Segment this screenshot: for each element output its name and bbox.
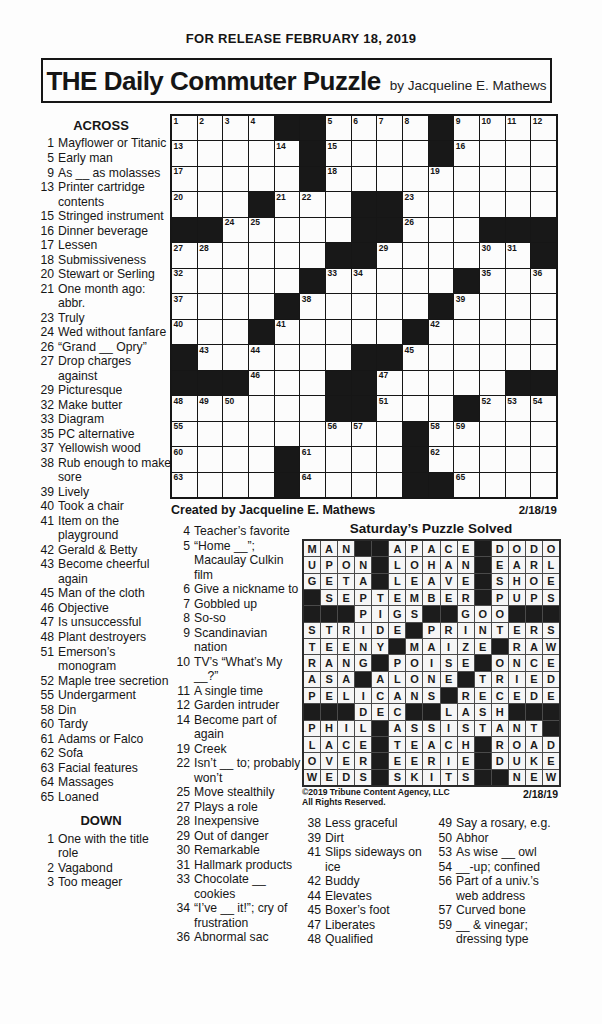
grid-cell[interactable]: [403, 396, 428, 420]
grid-cell[interactable]: [506, 447, 531, 471]
grid-cell[interactable]: 65: [454, 473, 479, 497]
clue: 35PC alternative: [30, 427, 172, 442]
grid-cell[interactable]: [223, 141, 248, 165]
clue: 3Too meager: [30, 875, 172, 890]
grid-cell[interactable]: 15: [326, 141, 351, 165]
clue-text: Dinner beverage: [58, 224, 172, 239]
solved-letter-cell: D: [543, 672, 559, 687]
grid-cell[interactable]: [480, 167, 505, 191]
grid-cell[interactable]: [506, 141, 531, 165]
clue-text: Remarkable: [194, 843, 302, 858]
grid-cell[interactable]: [275, 218, 300, 242]
grid-cell[interactable]: 48: [172, 396, 197, 420]
grid-cell[interactable]: [454, 345, 479, 369]
grid-cell[interactable]: [223, 473, 248, 497]
grid-cell[interactable]: [300, 345, 325, 369]
grid-cell[interactable]: [531, 294, 556, 318]
grid-cell[interactable]: [249, 294, 274, 318]
clue-text: So-so: [194, 611, 302, 626]
clue: 28Inexpensive: [171, 814, 302, 829]
grid-cell[interactable]: [300, 396, 325, 420]
clue: 30Remarkable: [171, 843, 302, 858]
grid-cell[interactable]: 39: [454, 294, 479, 318]
grid-cell[interactable]: 49: [198, 396, 223, 420]
grid-cell[interactable]: [275, 396, 300, 420]
grid-cell[interactable]: 40: [172, 320, 197, 344]
clue-text: As __ as molasses: [58, 166, 172, 181]
solved-letter-cell: E: [406, 574, 422, 589]
grid-cell[interactable]: 12: [531, 116, 556, 140]
clue-text: A single time: [194, 684, 302, 699]
grid-cell[interactable]: 52: [480, 396, 505, 420]
solved-letter-cell: E: [543, 688, 559, 703]
grid-cell[interactable]: [300, 243, 325, 267]
grid-cell[interactable]: [429, 192, 454, 216]
solved-letter-cell: A: [355, 574, 371, 589]
grid-cell[interactable]: 21: [275, 192, 300, 216]
clue-number: 12: [171, 698, 194, 713]
grid-cell[interactable]: [506, 320, 531, 344]
solved-letter-cell: P: [355, 606, 371, 621]
grid-cell[interactable]: [506, 192, 531, 216]
grid-cell[interactable]: 36: [531, 269, 556, 293]
grid-cell[interactable]: [377, 294, 402, 318]
grid-cell[interactable]: 25: [249, 218, 274, 242]
solved-letter-cell: A: [526, 639, 542, 654]
grid-cell[interactable]: [506, 167, 531, 191]
clue-text: Printer cartridge contents: [58, 180, 172, 209]
grid-cell[interactable]: [480, 294, 505, 318]
grid-cell[interactable]: [352, 167, 377, 191]
grid-cell[interactable]: [531, 192, 556, 216]
grid-cell[interactable]: 47: [377, 371, 402, 395]
solved-letter-cell: O: [475, 606, 491, 621]
grid-cell[interactable]: [480, 345, 505, 369]
clue-number: 18: [30, 253, 58, 268]
grid-cell[interactable]: [198, 320, 223, 344]
grid-cell[interactable]: 10: [480, 116, 505, 140]
grid-cell[interactable]: [403, 167, 428, 191]
grid-cell[interactable]: [454, 243, 479, 267]
grid-cell[interactable]: [326, 345, 351, 369]
clue-number: 20: [30, 267, 58, 282]
grid-cell[interactable]: [454, 167, 479, 191]
grid-cell[interactable]: 26: [403, 218, 428, 242]
grid-cell[interactable]: 45: [403, 345, 428, 369]
grid-cell[interactable]: [531, 167, 556, 191]
solved-letter-cell: E: [406, 737, 422, 752]
grid-cell[interactable]: [300, 371, 325, 395]
solved-letter-cell: E: [389, 753, 405, 768]
grid-cell[interactable]: [480, 141, 505, 165]
grid-cell[interactable]: [480, 320, 505, 344]
grid-cell[interactable]: [300, 320, 325, 344]
grid-cell[interactable]: [249, 422, 274, 446]
grid-cell[interactable]: [249, 473, 274, 497]
black-cell: [403, 422, 428, 446]
clue-number: 50: [433, 831, 456, 846]
black-cell: [249, 192, 274, 216]
grid-cell[interactable]: [198, 294, 223, 318]
clue-number: 62: [30, 746, 58, 761]
cell-number: 4: [250, 117, 255, 126]
clue-number: 32: [30, 398, 58, 413]
clue-number: 7: [171, 597, 194, 612]
grid-cell[interactable]: [326, 473, 351, 497]
grid-cell[interactable]: 35: [480, 269, 505, 293]
solved-letter-cell: G: [458, 606, 474, 621]
clue-number: 33: [30, 412, 58, 427]
grid-cell[interactable]: [223, 422, 248, 446]
grid-cell[interactable]: 4: [249, 116, 274, 140]
grid-cell[interactable]: [223, 447, 248, 471]
clue-text: Item on the playground: [58, 514, 172, 543]
black-cell: [372, 541, 388, 556]
grid-cell[interactable]: [429, 218, 454, 242]
grid-cell[interactable]: 11: [506, 116, 531, 140]
grid-cell[interactable]: [300, 218, 325, 242]
grid-cell[interactable]: 64: [300, 473, 325, 497]
grid-cell[interactable]: [480, 192, 505, 216]
across-header: ACROSS: [30, 118, 172, 133]
grid-cell[interactable]: [480, 371, 505, 395]
solved-letter-cell: E: [321, 639, 337, 654]
solved-letter-cell: E: [543, 753, 559, 768]
solved-letter-cell: S: [304, 623, 320, 638]
cell-number: 58: [430, 422, 439, 431]
grid-cell[interactable]: [223, 167, 248, 191]
grid-cell[interactable]: 54: [531, 396, 556, 420]
grid-cell[interactable]: [377, 422, 402, 446]
grid-cell[interactable]: 56: [326, 422, 351, 446]
grid-cell[interactable]: 27: [172, 243, 197, 267]
cell-number: 60: [174, 448, 183, 457]
grid-cell[interactable]: 50: [223, 396, 248, 420]
black-cell: [377, 345, 402, 369]
grid-cell[interactable]: [223, 320, 248, 344]
solved-letter-cell: O: [509, 541, 525, 556]
grid-cell[interactable]: [531, 422, 556, 446]
black-cell: [403, 473, 428, 497]
grid-cell[interactable]: [403, 141, 428, 165]
grid-cell[interactable]: 33: [326, 269, 351, 293]
clue-text: Emerson’s monogram: [58, 645, 172, 674]
grid-cell[interactable]: [403, 371, 428, 395]
grid-cell[interactable]: [531, 473, 556, 497]
grid-cell[interactable]: 16: [454, 141, 479, 165]
black-cell: [492, 639, 508, 654]
grid-cell[interactable]: [429, 243, 454, 267]
grid-cell[interactable]: 42: [429, 320, 454, 344]
clue-text: Make butter: [58, 398, 172, 413]
solved-letter-cell: A: [321, 541, 337, 556]
grid-cell[interactable]: 51: [377, 396, 402, 420]
grid-cell[interactable]: [506, 422, 531, 446]
grid-cell[interactable]: 62: [429, 447, 454, 471]
black-cell: [475, 770, 491, 785]
solved-letter-cell: A: [526, 737, 542, 752]
solved-letter-cell: D: [355, 704, 371, 719]
cell-number: 23: [404, 193, 413, 202]
clue: 49Say a rosary, e.g.: [433, 816, 560, 831]
cell-number: 17: [174, 167, 183, 176]
grid-cell[interactable]: [223, 345, 248, 369]
grid-cell[interactable]: 34: [352, 269, 377, 293]
grid-cell[interactable]: [377, 269, 402, 293]
black-cell: [475, 557, 491, 572]
solved-letter-cell: W: [543, 770, 559, 785]
grid-cell[interactable]: 37: [172, 294, 197, 318]
clue-number: 45: [30, 586, 58, 601]
grid-cell[interactable]: 8: [403, 116, 428, 140]
grid-cell[interactable]: [249, 447, 274, 471]
solved-letter-cell: E: [355, 737, 371, 752]
masthead: THE Daily Commuter Puzzle by Jacqueline …: [41, 58, 552, 103]
grid-cell[interactable]: 58: [429, 422, 454, 446]
grid-cell[interactable]: [377, 473, 402, 497]
grid-cell[interactable]: 9: [454, 116, 479, 140]
solved-letter-cell: E: [543, 574, 559, 589]
clue: 12Garden intruder: [171, 698, 302, 713]
grid-cell[interactable]: [454, 320, 479, 344]
solved-letter-cell: S: [423, 721, 439, 736]
grid-cell[interactable]: 14: [275, 141, 300, 165]
grid-cell[interactable]: 53: [506, 396, 531, 420]
solved-letter-cell: E: [509, 623, 525, 638]
grid-cell[interactable]: [198, 447, 223, 471]
grid-cell[interactable]: 30: [480, 243, 505, 267]
grid-cell[interactable]: 32: [172, 269, 197, 293]
grid-cell[interactable]: 61: [300, 447, 325, 471]
clue: 2Vagabond: [30, 861, 172, 876]
grid-cell[interactable]: 19: [429, 167, 454, 191]
clue-text: Took a chair: [58, 499, 172, 514]
grid-cell[interactable]: [429, 269, 454, 293]
clue: 5Early man: [30, 151, 172, 166]
grid-cell[interactable]: [249, 396, 274, 420]
grid-cell[interactable]: [275, 371, 300, 395]
clue-number: 56: [433, 874, 456, 903]
grid-cell[interactable]: [198, 422, 223, 446]
grid-cell[interactable]: 63: [172, 473, 197, 497]
grid-cell[interactable]: 59: [454, 422, 479, 446]
black-cell: [429, 473, 454, 497]
cell-number: 24: [225, 218, 234, 227]
cell-number: 34: [353, 269, 362, 278]
grid-cell[interactable]: [275, 345, 300, 369]
grid-cell[interactable]: 28: [198, 243, 223, 267]
clue: 32Make butter: [30, 398, 172, 413]
grid-cell[interactable]: 41: [275, 320, 300, 344]
grid-cell[interactable]: [506, 345, 531, 369]
cell-number: 51: [379, 397, 388, 406]
clue-text: PC alternative: [58, 427, 172, 442]
grid-cell[interactable]: [352, 320, 377, 344]
clue-text: Din: [58, 703, 172, 718]
grid-cell[interactable]: 6: [352, 116, 377, 140]
grid-cell[interactable]: [352, 294, 377, 318]
clue-text: Garden intruder: [194, 698, 302, 713]
clue-text: Is unsuccessful: [58, 615, 172, 630]
solved-letter-cell: A: [389, 688, 405, 703]
solved-letter-cell: E: [372, 704, 388, 719]
grid-cell[interactable]: [352, 447, 377, 471]
clue-text: Qualified: [325, 932, 433, 947]
grid-cell[interactable]: [249, 141, 274, 165]
black-cell: [458, 672, 474, 687]
solved-title: Saturday’s Puzzle Solved: [302, 521, 560, 536]
down-clue-list-a: 1One with the title role2Vagabond3Too me…: [30, 832, 172, 890]
grid-cell[interactable]: [531, 141, 556, 165]
grid-cell[interactable]: 24: [223, 218, 248, 242]
grid-cell[interactable]: [454, 371, 479, 395]
grid-cell[interactable]: [377, 320, 402, 344]
grid-cell[interactable]: [275, 269, 300, 293]
grid-cell[interactable]: [429, 345, 454, 369]
grid-cell[interactable]: [531, 345, 556, 369]
grid-cell[interactable]: [352, 473, 377, 497]
clue-text: Yellowish wood: [58, 441, 172, 456]
black-cell: [531, 218, 556, 242]
grid-cell[interactable]: [326, 320, 351, 344]
grid-cell[interactable]: [326, 192, 351, 216]
clue-number: 16: [30, 224, 58, 239]
clue-number: 6: [171, 582, 194, 597]
black-cell: [275, 116, 300, 140]
grid-cell[interactable]: [480, 447, 505, 471]
grid-cell[interactable]: [454, 218, 479, 242]
grid-cell[interactable]: [223, 294, 248, 318]
clue-number: 48: [302, 932, 325, 947]
solved-letter-cell: R: [423, 753, 439, 768]
grid-cell[interactable]: [249, 269, 274, 293]
solved-letter-cell: O: [509, 737, 525, 752]
grid-cell[interactable]: [198, 192, 223, 216]
clue: 40Took a chair: [30, 499, 172, 514]
solved-letter-cell: E: [543, 655, 559, 670]
grid-cell[interactable]: [326, 218, 351, 242]
grid-cell[interactable]: 17: [172, 167, 197, 191]
grid-cell[interactable]: 43: [198, 345, 223, 369]
grid-cell[interactable]: 23: [403, 192, 428, 216]
grid-cell[interactable]: [198, 167, 223, 191]
grid-cell[interactable]: [403, 243, 428, 267]
grid-cell[interactable]: [506, 269, 531, 293]
grid-cell[interactable]: 2: [198, 116, 223, 140]
clue-text: Vagabond: [58, 861, 172, 876]
grid-cell[interactable]: [300, 422, 325, 446]
clue-text: __-up; confined: [456, 860, 560, 875]
grid-cell[interactable]: [429, 396, 454, 420]
grid-cell[interactable]: 20: [172, 192, 197, 216]
solved-letter-cell: N: [509, 770, 525, 785]
grid-cell[interactable]: [275, 167, 300, 191]
grid-cell[interactable]: [403, 294, 428, 318]
cell-number: 35: [481, 269, 490, 278]
grid-cell[interactable]: 13: [172, 141, 197, 165]
grid-cell[interactable]: [506, 294, 531, 318]
grid-cell[interactable]: [223, 243, 248, 267]
down-clue-list-b: 4Teacher’s favorite5“Home __”; Macaulay …: [171, 524, 302, 945]
solved-letter-cell: T: [475, 721, 491, 736]
grid-cell[interactable]: 46: [249, 371, 274, 395]
grid-cell[interactable]: [223, 192, 248, 216]
solved-letter-cell: T: [389, 737, 405, 752]
solved-letter-cell: E: [321, 574, 337, 589]
grid-cell[interactable]: 3: [223, 116, 248, 140]
grid-cell[interactable]: [403, 269, 428, 293]
clue-number: 9: [30, 166, 58, 181]
grid-cell[interactable]: [326, 294, 351, 318]
clue: 24Wed without fanfare: [30, 325, 172, 340]
clue-text: “Grand __ Opry”: [58, 340, 172, 355]
grid-cell[interactable]: [531, 320, 556, 344]
grid-cell[interactable]: 44: [249, 345, 274, 369]
black-cell: [372, 737, 388, 752]
grid-cell[interactable]: [198, 269, 223, 293]
clue: 60Tardy: [30, 717, 172, 732]
grid-cell[interactable]: 22: [300, 192, 325, 216]
grid-cell[interactable]: [454, 192, 479, 216]
clue-text: Maple tree secretion: [58, 674, 172, 689]
grid-cell[interactable]: 5: [326, 116, 351, 140]
solved-letter-cell: I: [338, 721, 354, 736]
cell-number: 8: [404, 117, 409, 126]
grid-cell[interactable]: 31: [506, 243, 531, 267]
grid-cell[interactable]: 38: [300, 294, 325, 318]
grid-cell[interactable]: [454, 447, 479, 471]
black-cell: [475, 737, 491, 752]
grid-cell[interactable]: [480, 473, 505, 497]
grid-cell[interactable]: [506, 473, 531, 497]
black-cell: [275, 294, 300, 318]
black-cell: [304, 590, 320, 605]
solved-letter-cell: E: [458, 753, 474, 768]
clue-text: Hallmark products: [194, 858, 302, 873]
clue: 25Move stealthily: [171, 785, 302, 800]
grid-cell[interactable]: [377, 141, 402, 165]
grid-cell[interactable]: [377, 167, 402, 191]
grid-cell[interactable]: [198, 141, 223, 165]
solved-letter-cell: M: [406, 639, 422, 654]
clue: 62Sofa: [30, 746, 172, 761]
grid-cell[interactable]: [352, 141, 377, 165]
solved-letter-cell: P: [304, 721, 320, 736]
grid-cell[interactable]: 18: [326, 167, 351, 191]
grid-cell[interactable]: 1: [172, 116, 197, 140]
grid-cell[interactable]: [480, 422, 505, 446]
grid-cell[interactable]: [249, 167, 274, 191]
grid-cell[interactable]: [223, 269, 248, 293]
grid-cell[interactable]: [275, 422, 300, 446]
grid-cell[interactable]: 57: [352, 422, 377, 446]
grid-cell[interactable]: [326, 447, 351, 471]
grid-cell[interactable]: [429, 371, 454, 395]
grid-cell[interactable]: [249, 243, 274, 267]
black-cell: [492, 770, 508, 785]
grid-cell[interactable]: 60: [172, 447, 197, 471]
grid-cell[interactable]: [377, 447, 402, 471]
grid-cell[interactable]: [531, 447, 556, 471]
grid-cell[interactable]: 55: [172, 422, 197, 446]
clue-text: Abhor: [456, 831, 560, 846]
puzzle-title: THE Daily Commuter Puzzle: [46, 63, 380, 99]
grid-cell[interactable]: [275, 243, 300, 267]
grid-cell[interactable]: 29: [377, 243, 402, 267]
cell-number: 6: [353, 117, 358, 126]
grid-cell[interactable]: 7: [377, 116, 402, 140]
grid-cell[interactable]: [198, 473, 223, 497]
